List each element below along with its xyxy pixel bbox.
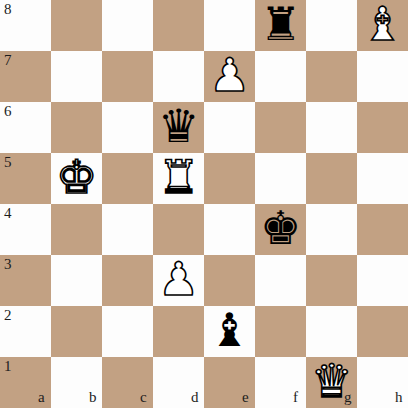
square-e8[interactable] (204, 0, 255, 51)
square-h5[interactable] (357, 153, 408, 204)
square-c5[interactable] (102, 153, 153, 204)
square-d7[interactable] (153, 51, 204, 102)
white-king-piece: ♚ (56, 152, 97, 203)
square-g3[interactable] (306, 255, 357, 306)
square-e4[interactable] (204, 204, 255, 255)
square-c3[interactable] (102, 255, 153, 306)
file-label-e: e (242, 390, 249, 405)
white-bishop-piece: ♝ (362, 0, 403, 50)
square-e3[interactable] (204, 255, 255, 306)
square-g7[interactable] (306, 51, 357, 102)
square-f3[interactable] (255, 255, 306, 306)
chess-board: ♜♝♟♛♚♜♚♟♝♛87654321abcdefgh (0, 0, 408, 408)
square-d2[interactable] (153, 306, 204, 357)
black-queen-piece: ♛ (158, 101, 199, 152)
square-h7[interactable] (357, 51, 408, 102)
square-e5[interactable] (204, 153, 255, 204)
white-rook-piece: ♜ (158, 152, 199, 203)
square-b5[interactable]: ♚ (51, 153, 102, 204)
square-b7[interactable] (51, 51, 102, 102)
square-d3[interactable]: ♟ (153, 255, 204, 306)
square-g5[interactable] (306, 153, 357, 204)
white-pawn-piece: ♟ (209, 50, 250, 101)
square-c6[interactable] (102, 102, 153, 153)
rank-label-1: 1 (4, 359, 12, 374)
square-c4[interactable] (102, 204, 153, 255)
square-d6[interactable]: ♛ (153, 102, 204, 153)
square-f7[interactable] (255, 51, 306, 102)
rank-label-4: 4 (4, 206, 12, 221)
white-pawn-piece: ♟ (158, 254, 199, 305)
square-c2[interactable] (102, 306, 153, 357)
rank-label-7: 7 (4, 53, 12, 68)
square-f1[interactable] (255, 357, 306, 408)
square-h2[interactable] (357, 306, 408, 357)
square-b8[interactable] (51, 0, 102, 51)
square-f5[interactable] (255, 153, 306, 204)
file-label-a: a (38, 390, 45, 405)
file-label-c: c (140, 390, 147, 405)
square-e2[interactable]: ♝ (204, 306, 255, 357)
file-label-f: f (293, 390, 298, 405)
square-h6[interactable] (357, 102, 408, 153)
square-c8[interactable] (102, 0, 153, 51)
square-b4[interactable] (51, 204, 102, 255)
square-d4[interactable] (153, 204, 204, 255)
square-h8[interactable]: ♝ (357, 0, 408, 51)
square-f8[interactable]: ♜ (255, 0, 306, 51)
black-rook-piece: ♜ (260, 0, 301, 50)
rank-label-2: 2 (4, 308, 12, 323)
square-g8[interactable] (306, 0, 357, 51)
square-f6[interactable] (255, 102, 306, 153)
square-c7[interactable] (102, 51, 153, 102)
square-g4[interactable] (306, 204, 357, 255)
file-label-b: b (89, 390, 97, 405)
square-b2[interactable] (51, 306, 102, 357)
square-g6[interactable] (306, 102, 357, 153)
black-king-piece: ♚ (260, 203, 301, 254)
black-bishop-piece: ♝ (209, 305, 250, 356)
square-h3[interactable] (357, 255, 408, 306)
square-b6[interactable] (51, 102, 102, 153)
square-g2[interactable] (306, 306, 357, 357)
square-e6[interactable] (204, 102, 255, 153)
rank-label-5: 5 (4, 155, 12, 170)
rank-label-8: 8 (4, 2, 12, 17)
square-f2[interactable] (255, 306, 306, 357)
square-f4[interactable]: ♚ (255, 204, 306, 255)
square-d5[interactable]: ♜ (153, 153, 204, 204)
square-e7[interactable]: ♟ (204, 51, 255, 102)
square-b3[interactable] (51, 255, 102, 306)
square-h4[interactable] (357, 204, 408, 255)
file-label-d: d (191, 390, 199, 405)
square-d8[interactable] (153, 0, 204, 51)
rank-label-3: 3 (4, 257, 12, 272)
rank-label-6: 6 (4, 104, 12, 119)
file-label-g: g (344, 390, 352, 405)
file-label-h: h (395, 390, 403, 405)
